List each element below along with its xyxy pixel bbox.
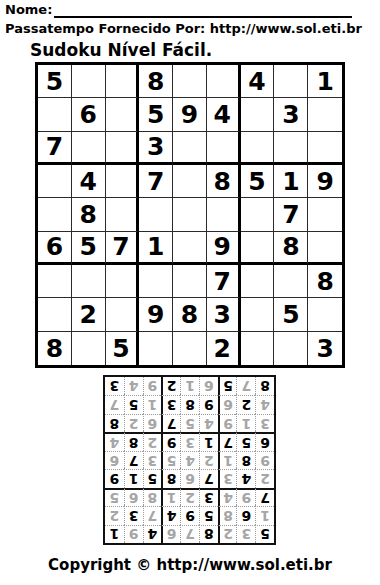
main-cell-r7c1 bbox=[38, 265, 72, 298]
solution-cell-r1c1: 5 bbox=[255, 525, 274, 543]
solution-cell-r1c2: 3 bbox=[236, 525, 255, 543]
solution-cell-r3c1: 7 bbox=[255, 488, 274, 506]
solution-cell-r8c8: 5 bbox=[124, 395, 143, 413]
main-cell-r5c5 bbox=[173, 198, 207, 231]
name-blank-line bbox=[54, 2, 352, 18]
solution-cell-r8c7: 1 bbox=[143, 395, 162, 413]
solution-cell-r4c7: 5 bbox=[143, 469, 162, 487]
main-cell-r4c6: 8 bbox=[207, 165, 241, 198]
main-cell-r5c7 bbox=[241, 198, 275, 231]
main-cell-r5c8: 7 bbox=[274, 198, 308, 231]
main-cell-r9c5 bbox=[173, 332, 207, 365]
solution-cell-r2c1: 1 bbox=[255, 506, 274, 524]
main-cell-r1c2 bbox=[72, 65, 106, 98]
main-cell-r5c9 bbox=[308, 198, 342, 231]
main-cell-r4c1 bbox=[38, 165, 72, 198]
solution-cell-r7c8: 2 bbox=[124, 414, 143, 432]
main-cell-r2c7 bbox=[241, 98, 275, 131]
solution-cell-r9c5: 1 bbox=[180, 377, 199, 395]
solution-grid: 5328764911685947327943218652437685199812… bbox=[103, 375, 276, 545]
main-cell-r7c9: 8 bbox=[308, 265, 342, 298]
main-cell-r3c1: 7 bbox=[38, 132, 72, 165]
solution-cell-r6c7: 2 bbox=[143, 432, 162, 450]
solution-cell-r3c2: 9 bbox=[236, 488, 255, 506]
main-cell-r3c4: 3 bbox=[139, 132, 173, 165]
solution-cell-r9c9: 3 bbox=[105, 377, 124, 395]
main-cell-r6c1: 6 bbox=[38, 232, 72, 265]
main-cell-r7c8 bbox=[274, 265, 308, 298]
main-cell-r7c5 bbox=[173, 265, 207, 298]
solution-cell-r4c2: 4 bbox=[236, 469, 255, 487]
solution-cell-r5c3: 1 bbox=[218, 451, 237, 469]
main-cell-r8c8: 5 bbox=[274, 298, 308, 331]
main-cell-r2c4: 5 bbox=[139, 98, 173, 131]
main-cell-r4c9: 9 bbox=[308, 165, 342, 198]
solution-cell-r8c6: 3 bbox=[161, 395, 180, 413]
main-cell-r1c6 bbox=[207, 65, 241, 98]
solution-cell-r1c8: 9 bbox=[124, 525, 143, 543]
solution-cell-r6c9: 4 bbox=[105, 432, 124, 450]
solution-cell-r2c8: 3 bbox=[124, 506, 143, 524]
solution-cell-r1c5: 7 bbox=[180, 525, 199, 543]
solution-cell-r5c4: 2 bbox=[199, 451, 218, 469]
solution-cell-r4c8: 1 bbox=[124, 469, 143, 487]
main-cell-r1c9: 1 bbox=[308, 65, 342, 98]
solution-cell-r7c4: 4 bbox=[199, 414, 218, 432]
solution-cell-r6c8: 8 bbox=[124, 432, 143, 450]
solution-cell-r9c8: 4 bbox=[124, 377, 143, 395]
main-cell-r5c6 bbox=[207, 198, 241, 231]
provider-line: Passatempo Fornecido Por: http://www.sol… bbox=[5, 21, 362, 37]
main-cell-r8c1 bbox=[38, 298, 72, 331]
solution-cell-r3c3: 4 bbox=[218, 488, 237, 506]
solution-cell-r3c5: 2 bbox=[180, 488, 199, 506]
solution-cell-r1c6: 6 bbox=[161, 525, 180, 543]
main-cell-r7c7 bbox=[241, 265, 275, 298]
name-field-row: Nome: bbox=[5, 2, 352, 18]
solution-cell-r4c4: 7 bbox=[199, 469, 218, 487]
solution-cell-r5c8: 7 bbox=[124, 451, 143, 469]
main-cell-r2c8: 3 bbox=[274, 98, 308, 131]
main-sudoku-grid: 584165943734785198765719878298358523 bbox=[35, 62, 345, 368]
main-cell-r8c9 bbox=[308, 298, 342, 331]
solution-cell-r6c1: 6 bbox=[255, 432, 274, 450]
main-cell-r9c7 bbox=[241, 332, 275, 365]
solution-cell-r1c7: 4 bbox=[143, 525, 162, 543]
main-cell-r2c9 bbox=[308, 98, 342, 131]
main-cell-r8c7 bbox=[241, 298, 275, 331]
solution-cell-r9c4: 6 bbox=[199, 377, 218, 395]
main-cell-r7c3 bbox=[106, 265, 140, 298]
solution-cell-r8c1: 4 bbox=[255, 395, 274, 413]
solution-cell-r6c2: 5 bbox=[236, 432, 255, 450]
copyright-text: Copyright © http://www.sol.eti.br bbox=[0, 556, 380, 574]
main-cell-r1c1: 5 bbox=[38, 65, 72, 98]
solution-cell-r2c5: 9 bbox=[180, 506, 199, 524]
solution-cell-r7c3: 9 bbox=[218, 414, 237, 432]
page-title: Sudoku Nível Fácil. bbox=[30, 40, 212, 60]
main-cell-r6c7 bbox=[241, 232, 275, 265]
main-cell-r4c8: 1 bbox=[274, 165, 308, 198]
main-cell-r3c8 bbox=[274, 132, 308, 165]
main-cell-r8c4: 9 bbox=[139, 298, 173, 331]
main-cell-r3c2 bbox=[72, 132, 106, 165]
solution-cell-r4c5: 6 bbox=[180, 469, 199, 487]
main-cell-r5c1 bbox=[38, 198, 72, 231]
solution-cell-r7c5: 5 bbox=[180, 414, 199, 432]
main-cell-r7c2 bbox=[72, 265, 106, 298]
main-cell-r1c4: 8 bbox=[139, 65, 173, 98]
solution-cell-r4c1: 2 bbox=[255, 469, 274, 487]
main-cell-r9c9: 3 bbox=[308, 332, 342, 365]
solution-cell-r7c9: 8 bbox=[105, 414, 124, 432]
main-cell-r1c5 bbox=[173, 65, 207, 98]
main-cell-r9c8 bbox=[274, 332, 308, 365]
main-cell-r9c6: 2 bbox=[207, 332, 241, 365]
main-cell-r6c9 bbox=[308, 232, 342, 265]
solution-cell-r2c9: 2 bbox=[105, 506, 124, 524]
solution-cell-r2c3: 8 bbox=[218, 506, 237, 524]
solution-cell-r8c5: 8 bbox=[180, 395, 199, 413]
solution-cell-r1c9: 1 bbox=[105, 525, 124, 543]
main-cell-r4c7: 5 bbox=[241, 165, 275, 198]
solution-cell-r5c9: 6 bbox=[105, 451, 124, 469]
solution-cell-r2c6: 4 bbox=[161, 506, 180, 524]
main-cell-r6c6: 9 bbox=[207, 232, 241, 265]
main-cell-r4c4: 7 bbox=[139, 165, 173, 198]
solution-cell-r6c4: 1 bbox=[199, 432, 218, 450]
solution-cell-r9c3: 5 bbox=[218, 377, 237, 395]
solution-cell-r8c2: 2 bbox=[236, 395, 255, 413]
solution-cell-r7c2: 1 bbox=[236, 414, 255, 432]
solution-cell-r3c8: 6 bbox=[124, 488, 143, 506]
solution-cell-r4c3: 3 bbox=[218, 469, 237, 487]
solution-cell-r3c9: 5 bbox=[105, 488, 124, 506]
solution-cell-r9c1: 8 bbox=[255, 377, 274, 395]
main-cell-r8c2: 2 bbox=[72, 298, 106, 331]
name-label: Nome: bbox=[5, 2, 52, 18]
solution-cell-r9c7: 9 bbox=[143, 377, 162, 395]
main-cell-r6c4: 1 bbox=[139, 232, 173, 265]
main-cell-r9c1: 8 bbox=[38, 332, 72, 365]
solution-cell-r1c3: 2 bbox=[218, 525, 237, 543]
main-cell-r2c5: 9 bbox=[173, 98, 207, 131]
solution-cell-r2c4: 5 bbox=[199, 506, 218, 524]
main-cell-r3c3 bbox=[106, 132, 140, 165]
solution-cell-r9c2: 7 bbox=[236, 377, 255, 395]
main-cell-r1c8 bbox=[274, 65, 308, 98]
main-cell-r4c5 bbox=[173, 165, 207, 198]
solution-cell-r4c6: 8 bbox=[161, 469, 180, 487]
solution-cell-r7c7: 6 bbox=[143, 414, 162, 432]
main-cell-r2c2: 6 bbox=[72, 98, 106, 131]
main-cell-r3c7 bbox=[241, 132, 275, 165]
solution-cell-r3c6: 1 bbox=[161, 488, 180, 506]
solution-cell-r3c4: 3 bbox=[199, 488, 218, 506]
solution-cell-r1c4: 8 bbox=[199, 525, 218, 543]
solution-cell-r7c6: 7 bbox=[161, 414, 180, 432]
worksheet-page: Nome: Passatempo Fornecido Por: http://w… bbox=[0, 0, 380, 585]
main-cell-r9c3: 5 bbox=[106, 332, 140, 365]
main-cell-r4c3 bbox=[106, 165, 140, 198]
main-cell-r3c5 bbox=[173, 132, 207, 165]
solution-cell-r7c1: 3 bbox=[255, 414, 274, 432]
solution-cell-r9c6: 2 bbox=[161, 377, 180, 395]
main-cell-r2c6: 4 bbox=[207, 98, 241, 131]
main-cell-r5c4 bbox=[139, 198, 173, 231]
main-cell-r6c8: 8 bbox=[274, 232, 308, 265]
solution-cell-r2c7: 7 bbox=[143, 506, 162, 524]
main-cell-r6c5 bbox=[173, 232, 207, 265]
solution-cell-r5c6: 5 bbox=[161, 451, 180, 469]
solution-cell-r8c4: 9 bbox=[199, 395, 218, 413]
main-cell-r3c6 bbox=[207, 132, 241, 165]
solution-cell-r8c3: 6 bbox=[218, 395, 237, 413]
solution-cell-r5c1: 9 bbox=[255, 451, 274, 469]
main-cell-r2c3 bbox=[106, 98, 140, 131]
main-cell-r5c3 bbox=[106, 198, 140, 231]
main-cell-r3c9 bbox=[308, 132, 342, 165]
solution-cell-r4c9: 9 bbox=[105, 469, 124, 487]
main-cell-r7c6: 7 bbox=[207, 265, 241, 298]
main-cell-r5c2: 8 bbox=[72, 198, 106, 231]
main-cell-r6c3: 7 bbox=[106, 232, 140, 265]
main-cell-r9c4 bbox=[139, 332, 173, 365]
main-cell-r2c1 bbox=[38, 98, 72, 131]
main-cell-r4c2: 4 bbox=[72, 165, 106, 198]
solution-cell-r6c3: 7 bbox=[218, 432, 237, 450]
main-cell-r1c3 bbox=[106, 65, 140, 98]
solution-cell-r6c5: 3 bbox=[180, 432, 199, 450]
main-cell-r7c4 bbox=[139, 265, 173, 298]
main-cell-r8c3 bbox=[106, 298, 140, 331]
main-cell-r9c2 bbox=[72, 332, 106, 365]
solution-cell-r8c9: 7 bbox=[105, 395, 124, 413]
solution-cell-r5c5: 4 bbox=[180, 451, 199, 469]
solution-cell-r2c2: 6 bbox=[236, 506, 255, 524]
solution-cell-r5c7: 3 bbox=[143, 451, 162, 469]
main-cell-r8c5: 8 bbox=[173, 298, 207, 331]
solution-cell-r5c2: 8 bbox=[236, 451, 255, 469]
main-cell-r6c2: 5 bbox=[72, 232, 106, 265]
main-cell-r8c6: 3 bbox=[207, 298, 241, 331]
solution-cell-r6c6: 9 bbox=[161, 432, 180, 450]
main-cell-r1c7: 4 bbox=[241, 65, 275, 98]
solution-cell-r3c7: 8 bbox=[143, 488, 162, 506]
